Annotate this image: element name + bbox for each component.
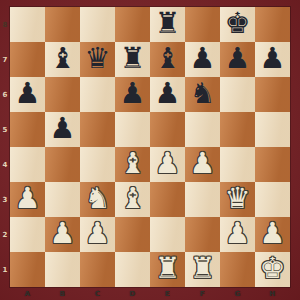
square-a4[interactable] <box>10 147 45 182</box>
white-pawn[interactable]: ♟ <box>260 219 286 248</box>
rank-labels: 87654321 <box>0 7 10 287</box>
rank-label-1: 1 <box>0 252 10 287</box>
black-pawn[interactable]: ♟ <box>260 44 286 73</box>
square-g7[interactable]: ♟ <box>220 42 255 77</box>
square-e7[interactable]: ♝ <box>150 42 185 77</box>
square-f5[interactable] <box>185 112 220 147</box>
square-a5[interactable] <box>10 112 45 147</box>
square-h1[interactable]: ♚ <box>255 252 290 287</box>
black-rook[interactable]: ♜ <box>120 44 146 73</box>
black-knight[interactable]: ♞ <box>190 79 216 108</box>
white-queen[interactable]: ♛ <box>225 184 251 213</box>
black-pawn[interactable]: ♟ <box>155 79 181 108</box>
black-bishop[interactable]: ♝ <box>50 44 76 73</box>
file-label-d: D <box>115 287 150 300</box>
black-bishop[interactable]: ♝ <box>155 44 181 73</box>
square-b6[interactable] <box>45 77 80 112</box>
black-pawn[interactable]: ♟ <box>120 79 146 108</box>
square-h8[interactable] <box>255 7 290 42</box>
square-b8[interactable] <box>45 7 80 42</box>
square-f3[interactable] <box>185 182 220 217</box>
black-rook[interactable]: ♜ <box>155 9 181 38</box>
square-b1[interactable] <box>45 252 80 287</box>
square-h6[interactable] <box>255 77 290 112</box>
square-b5[interactable]: ♟ <box>45 112 80 147</box>
board-frame: 87654321 ABCDEFGH ♜♚♝♛♜♝♟♟♟♟♟♟♞♟♝♟♟♟♞♝♛♟… <box>0 0 300 300</box>
square-h2[interactable]: ♟ <box>255 217 290 252</box>
square-d3[interactable]: ♝ <box>115 182 150 217</box>
square-f4[interactable]: ♟ <box>185 147 220 182</box>
square-e3[interactable] <box>150 182 185 217</box>
square-e4[interactable]: ♟ <box>150 147 185 182</box>
black-king[interactable]: ♚ <box>225 9 251 38</box>
square-f7[interactable]: ♟ <box>185 42 220 77</box>
square-g3[interactable]: ♛ <box>220 182 255 217</box>
square-a1[interactable] <box>10 252 45 287</box>
square-a6[interactable]: ♟ <box>10 77 45 112</box>
square-c8[interactable] <box>80 7 115 42</box>
square-c5[interactable] <box>80 112 115 147</box>
file-label-h: H <box>255 287 290 300</box>
rank-label-7: 7 <box>0 42 10 77</box>
rank-label-3: 3 <box>0 182 10 217</box>
square-a7[interactable] <box>10 42 45 77</box>
square-f1[interactable]: ♜ <box>185 252 220 287</box>
square-c4[interactable] <box>80 147 115 182</box>
white-pawn[interactable]: ♟ <box>190 149 216 178</box>
white-pawn[interactable]: ♟ <box>50 219 76 248</box>
white-pawn[interactable]: ♟ <box>15 184 41 213</box>
white-rook[interactable]: ♜ <box>190 254 216 283</box>
square-g2[interactable]: ♟ <box>220 217 255 252</box>
rank-label-5: 5 <box>0 112 10 147</box>
black-pawn[interactable]: ♟ <box>225 44 251 73</box>
square-h3[interactable] <box>255 182 290 217</box>
white-bishop[interactable]: ♝ <box>120 149 146 178</box>
square-h7[interactable]: ♟ <box>255 42 290 77</box>
square-e6[interactable]: ♟ <box>150 77 185 112</box>
square-h4[interactable] <box>255 147 290 182</box>
square-c7[interactable]: ♛ <box>80 42 115 77</box>
square-a8[interactable] <box>10 7 45 42</box>
white-rook[interactable]: ♜ <box>155 254 181 283</box>
square-e1[interactable]: ♜ <box>150 252 185 287</box>
file-label-c: C <box>80 287 115 300</box>
chess-board: ♜♚♝♛♜♝♟♟♟♟♟♟♞♟♝♟♟♟♞♝♛♟♟♟♟♜♜♚ <box>10 7 290 287</box>
square-c1[interactable] <box>80 252 115 287</box>
square-g4[interactable] <box>220 147 255 182</box>
white-bishop[interactable]: ♝ <box>120 184 146 213</box>
square-g1[interactable] <box>220 252 255 287</box>
square-f8[interactable] <box>185 7 220 42</box>
square-b7[interactable]: ♝ <box>45 42 80 77</box>
square-b4[interactable] <box>45 147 80 182</box>
square-e5[interactable] <box>150 112 185 147</box>
white-knight[interactable]: ♞ <box>85 184 111 213</box>
square-g8[interactable]: ♚ <box>220 7 255 42</box>
square-f6[interactable]: ♞ <box>185 77 220 112</box>
rank-label-2: 2 <box>0 217 10 252</box>
file-label-a: A <box>10 287 45 300</box>
square-g5[interactable] <box>220 112 255 147</box>
square-d4[interactable]: ♝ <box>115 147 150 182</box>
square-d5[interactable] <box>115 112 150 147</box>
black-pawn[interactable]: ♟ <box>190 44 216 73</box>
square-b2[interactable]: ♟ <box>45 217 80 252</box>
square-d2[interactable] <box>115 217 150 252</box>
square-a3[interactable]: ♟ <box>10 182 45 217</box>
square-b3[interactable] <box>45 182 80 217</box>
square-f2[interactable] <box>185 217 220 252</box>
file-labels: ABCDEFGH <box>10 287 290 300</box>
rank-label-6: 6 <box>0 77 10 112</box>
square-c6[interactable] <box>80 77 115 112</box>
square-h5[interactable] <box>255 112 290 147</box>
square-e8[interactable]: ♜ <box>150 7 185 42</box>
square-e2[interactable] <box>150 217 185 252</box>
black-pawn[interactable]: ♟ <box>50 114 76 143</box>
square-a2[interactable] <box>10 217 45 252</box>
rank-label-8: 8 <box>0 7 10 42</box>
square-d7[interactable]: ♜ <box>115 42 150 77</box>
square-c2[interactable]: ♟ <box>80 217 115 252</box>
square-c3[interactable]: ♞ <box>80 182 115 217</box>
black-pawn[interactable]: ♟ <box>15 79 41 108</box>
file-label-g: G <box>220 287 255 300</box>
square-d6[interactable]: ♟ <box>115 77 150 112</box>
square-d8[interactable] <box>115 7 150 42</box>
rank-label-4: 4 <box>0 147 10 182</box>
file-label-f: F <box>185 287 220 300</box>
square-g6[interactable] <box>220 77 255 112</box>
square-d1[interactable] <box>115 252 150 287</box>
white-pawn[interactable]: ♟ <box>155 149 181 178</box>
white-king[interactable]: ♚ <box>260 254 286 283</box>
white-pawn[interactable]: ♟ <box>85 219 111 248</box>
white-pawn[interactable]: ♟ <box>225 219 251 248</box>
black-queen[interactable]: ♛ <box>85 44 111 73</box>
file-label-e: E <box>150 287 185 300</box>
file-label-b: B <box>45 287 80 300</box>
